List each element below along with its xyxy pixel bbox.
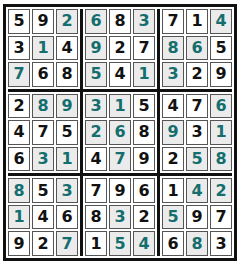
cell-r9c3-given[interactable]: 7	[56, 231, 78, 256]
cell-r5c2-solved[interactable]: 7	[32, 120, 54, 145]
cell-r5c4-given[interactable]: 2	[85, 120, 107, 145]
cell-r1c7-solved[interactable]: 7	[162, 9, 184, 34]
cell-r8c2-solved[interactable]: 4	[32, 205, 54, 230]
box-separator-vertical	[80, 9, 83, 256]
cell-r6c5-given[interactable]: 7	[109, 147, 131, 172]
cell-r5c5-given[interactable]: 6	[109, 120, 131, 145]
cell-r5c7-given[interactable]: 9	[162, 120, 184, 145]
cell-r1c1-solved[interactable]: 5	[8, 9, 30, 34]
cell-r8c4-solved[interactable]: 8	[85, 205, 107, 230]
cell-r7c8-given[interactable]: 4	[186, 178, 208, 203]
cell-r1c3-given[interactable]: 2	[56, 9, 78, 34]
cell-r7c2-solved[interactable]: 5	[32, 178, 54, 203]
cell-r3c1-given[interactable]: 7	[8, 62, 30, 87]
cell-r2c2-given[interactable]: 1	[32, 36, 54, 61]
cell-r3c4-given[interactable]: 5	[85, 62, 107, 87]
cell-r2c7-given[interactable]: 8	[162, 36, 184, 61]
cell-r7c3-given[interactable]: 3	[56, 178, 78, 203]
cell-r6c4-solved[interactable]: 4	[85, 147, 107, 172]
cell-r6c2-given[interactable]: 3	[32, 147, 54, 172]
cell-r3c3-solved[interactable]: 8	[56, 62, 78, 87]
cell-r2c6-solved[interactable]: 7	[133, 36, 155, 61]
cell-r5c3-solved[interactable]: 5	[56, 120, 78, 145]
cell-r8c8-solved[interactable]: 9	[186, 205, 208, 230]
cell-r1c2-solved[interactable]: 9	[32, 9, 54, 34]
cell-r4c3-given[interactable]: 9	[56, 94, 78, 119]
cell-r7c6-solved[interactable]: 6	[133, 178, 155, 203]
cell-r9c7-solved[interactable]: 6	[162, 231, 184, 256]
cell-r7c4-solved[interactable]: 7	[85, 178, 107, 203]
cell-r6c9-given[interactable]: 8	[210, 147, 232, 172]
cell-r3c5-solved[interactable]: 4	[109, 62, 131, 87]
cell-r3c6-given[interactable]: 1	[133, 62, 155, 87]
cell-r4c1-solved[interactable]: 2	[8, 94, 30, 119]
cell-r5c1-solved[interactable]: 4	[8, 120, 30, 145]
cell-r3c9-solved[interactable]: 9	[210, 62, 232, 87]
cell-r6c6-solved[interactable]: 9	[133, 147, 155, 172]
cell-r2c9-solved[interactable]: 5	[210, 36, 232, 61]
cell-r9c5-given[interactable]: 5	[109, 231, 131, 256]
cell-r6c3-given[interactable]: 1	[56, 147, 78, 172]
cell-r2c3-solved[interactable]: 4	[56, 36, 78, 61]
cell-r9c4-solved[interactable]: 1	[85, 231, 107, 256]
cell-r1c6-given[interactable]: 3	[133, 9, 155, 34]
cell-r4c4-given[interactable]: 3	[85, 94, 107, 119]
cell-r2c4-given[interactable]: 9	[85, 36, 107, 61]
cell-r1c8-solved[interactable]: 1	[186, 9, 208, 34]
cell-r8c1-given[interactable]: 1	[8, 205, 30, 230]
cell-r9c6-given[interactable]: 4	[133, 231, 155, 256]
cell-r1c5-solved[interactable]: 8	[109, 9, 131, 34]
cell-r4c8-solved[interactable]: 7	[186, 94, 208, 119]
cell-r5c8-solved[interactable]: 3	[186, 120, 208, 145]
cell-r2c8-given[interactable]: 6	[186, 36, 208, 61]
cell-r6c1-solved[interactable]: 6	[8, 147, 30, 172]
cell-r9c2-solved[interactable]: 2	[32, 231, 54, 256]
cell-r6c7-solved[interactable]: 2	[162, 147, 184, 172]
cell-r7c7-solved[interactable]: 1	[162, 178, 184, 203]
box-separator-horizontal	[8, 89, 232, 92]
cell-r4c9-given[interactable]: 6	[210, 94, 232, 119]
cell-r5c9-given[interactable]: 1	[210, 120, 232, 145]
cell-r8c3-solved[interactable]: 6	[56, 205, 78, 230]
cell-r4c2-given[interactable]: 8	[32, 94, 54, 119]
box-separator-horizontal	[8, 173, 232, 176]
cell-r7c9-given[interactable]: 2	[210, 178, 232, 203]
box-separator-vertical	[157, 9, 160, 256]
cell-r8c9-solved[interactable]: 7	[210, 205, 232, 230]
cell-r8c7-given[interactable]: 5	[162, 205, 184, 230]
cell-r9c1-solved[interactable]: 9	[8, 231, 30, 256]
cell-r4c5-given[interactable]: 1	[109, 94, 131, 119]
cell-r9c8-given[interactable]: 8	[186, 231, 208, 256]
cell-r9c9-solved[interactable]: 3	[210, 231, 232, 256]
cell-r4c7-solved[interactable]: 4	[162, 94, 184, 119]
cell-r7c1-given[interactable]: 8	[8, 178, 30, 203]
sudoku-board-frame: 5926837143149278657685413292893154764752…	[3, 4, 237, 261]
cell-r8c5-given[interactable]: 3	[109, 205, 131, 230]
cell-r7c5-solved[interactable]: 9	[109, 178, 131, 203]
cell-r3c8-solved[interactable]: 2	[186, 62, 208, 87]
cell-r3c2-solved[interactable]: 6	[32, 62, 54, 87]
cell-r1c4-given[interactable]: 6	[85, 9, 107, 34]
cell-r1c9-given[interactable]: 4	[210, 9, 232, 34]
cell-r2c5-solved[interactable]: 2	[109, 36, 131, 61]
sudoku-board: 5926837143149278657685413292893154764752…	[8, 9, 232, 256]
cell-r2c1-solved[interactable]: 3	[8, 36, 30, 61]
cell-r3c7-given[interactable]: 3	[162, 62, 184, 87]
cell-r4c6-solved[interactable]: 5	[133, 94, 155, 119]
cell-r6c8-given[interactable]: 5	[186, 147, 208, 172]
cell-r5c6-solved[interactable]: 8	[133, 120, 155, 145]
cell-r8c6-solved[interactable]: 2	[133, 205, 155, 230]
